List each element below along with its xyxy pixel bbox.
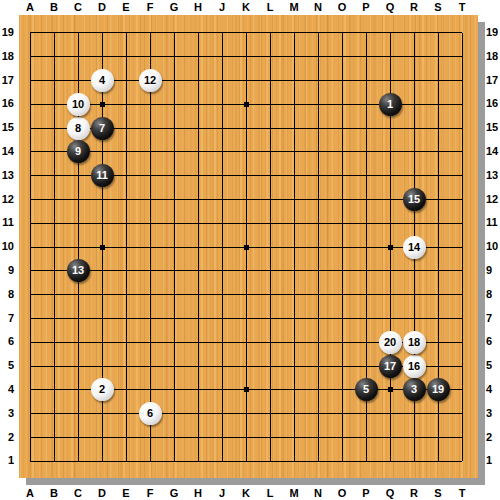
- intersection-G9[interactable]: [162, 259, 186, 283]
- intersection-B5[interactable]: [42, 354, 66, 378]
- intersection-B10[interactable]: [42, 235, 66, 259]
- intersection-M11[interactable]: [282, 211, 306, 235]
- intersection-R13[interactable]: [402, 164, 426, 188]
- intersection-E11[interactable]: [114, 211, 138, 235]
- intersection-B11[interactable]: [42, 211, 66, 235]
- intersection-M17[interactable]: [282, 69, 306, 93]
- intersection-Q12[interactable]: [378, 188, 402, 212]
- intersection-J3[interactable]: [210, 402, 234, 426]
- intersection-S8[interactable]: [426, 283, 450, 307]
- intersection-G3[interactable]: [162, 402, 186, 426]
- intersection-K7[interactable]: [234, 307, 258, 331]
- intersection-F5[interactable]: [138, 354, 162, 378]
- intersection-E10[interactable]: [114, 235, 138, 259]
- intersection-B18[interactable]: [42, 45, 66, 69]
- intersection-O16[interactable]: [330, 92, 354, 116]
- intersection-P12[interactable]: [354, 188, 378, 212]
- intersection-G16[interactable]: [162, 92, 186, 116]
- intersection-P7[interactable]: [354, 307, 378, 331]
- intersection-O15[interactable]: [330, 116, 354, 140]
- intersection-F19[interactable]: [138, 21, 162, 45]
- intersection-D1[interactable]: [90, 449, 114, 473]
- intersection-D5[interactable]: [90, 354, 114, 378]
- intersection-L11[interactable]: [258, 211, 282, 235]
- intersection-S18[interactable]: [426, 45, 450, 69]
- intersection-D18[interactable]: [90, 45, 114, 69]
- intersection-G1[interactable]: [162, 449, 186, 473]
- intersection-N9[interactable]: [306, 259, 330, 283]
- intersection-R16[interactable]: [402, 92, 426, 116]
- intersection-J18[interactable]: [210, 45, 234, 69]
- intersection-F7[interactable]: [138, 307, 162, 331]
- intersection-N1[interactable]: [306, 449, 330, 473]
- intersection-E7[interactable]: [114, 307, 138, 331]
- intersection-C8[interactable]: [66, 283, 90, 307]
- intersection-L8[interactable]: [258, 283, 282, 307]
- intersection-F1[interactable]: [138, 449, 162, 473]
- intersection-H6[interactable]: [186, 330, 210, 354]
- intersection-R1[interactable]: [402, 449, 426, 473]
- intersection-J16[interactable]: [210, 92, 234, 116]
- intersection-N13[interactable]: [306, 164, 330, 188]
- intersection-F8[interactable]: [138, 283, 162, 307]
- intersection-S2[interactable]: [426, 426, 450, 450]
- intersection-B14[interactable]: [42, 140, 66, 164]
- intersection-N4[interactable]: [306, 378, 330, 402]
- intersection-J11[interactable]: [210, 211, 234, 235]
- intersection-P18[interactable]: [354, 45, 378, 69]
- intersection-H12[interactable]: [186, 188, 210, 212]
- intersection-H19[interactable]: [186, 21, 210, 45]
- intersection-F18[interactable]: [138, 45, 162, 69]
- intersection-J14[interactable]: [210, 140, 234, 164]
- intersection-N6[interactable]: [306, 330, 330, 354]
- intersection-Q19[interactable]: [378, 21, 402, 45]
- intersection-E9[interactable]: [114, 259, 138, 283]
- intersection-T2[interactable]: [450, 426, 474, 450]
- intersection-K11[interactable]: [234, 211, 258, 235]
- intersection-P14[interactable]: [354, 140, 378, 164]
- intersection-B6[interactable]: [42, 330, 66, 354]
- intersection-D19[interactable]: [90, 21, 114, 45]
- intersection-P11[interactable]: [354, 211, 378, 235]
- intersection-N3[interactable]: [306, 402, 330, 426]
- intersection-A2[interactable]: [18, 426, 42, 450]
- intersection-M7[interactable]: [282, 307, 306, 331]
- intersection-L1[interactable]: [258, 449, 282, 473]
- intersection-J10[interactable]: [210, 235, 234, 259]
- intersection-L6[interactable]: [258, 330, 282, 354]
- intersection-Q11[interactable]: [378, 211, 402, 235]
- intersection-K19[interactable]: [234, 21, 258, 45]
- intersection-F4[interactable]: [138, 378, 162, 402]
- intersection-K2[interactable]: [234, 426, 258, 450]
- intersection-M14[interactable]: [282, 140, 306, 164]
- intersection-A17[interactable]: [18, 69, 42, 93]
- intersection-M15[interactable]: [282, 116, 306, 140]
- intersection-E12[interactable]: [114, 188, 138, 212]
- intersection-O13[interactable]: [330, 164, 354, 188]
- intersection-S6[interactable]: [426, 330, 450, 354]
- intersection-K17[interactable]: [234, 69, 258, 93]
- intersection-O8[interactable]: [330, 283, 354, 307]
- intersection-J4[interactable]: [210, 378, 234, 402]
- intersection-J1[interactable]: [210, 449, 234, 473]
- intersection-R2[interactable]: [402, 426, 426, 450]
- intersection-A5[interactable]: [18, 354, 42, 378]
- intersection-R17[interactable]: [402, 69, 426, 93]
- intersection-L19[interactable]: [258, 21, 282, 45]
- intersection-O7[interactable]: [330, 307, 354, 331]
- intersection-H15[interactable]: [186, 116, 210, 140]
- intersection-Q13[interactable]: [378, 164, 402, 188]
- intersection-A15[interactable]: [18, 116, 42, 140]
- intersection-L18[interactable]: [258, 45, 282, 69]
- intersection-T18[interactable]: [450, 45, 474, 69]
- intersection-D9[interactable]: [90, 259, 114, 283]
- intersection-P5[interactable]: [354, 354, 378, 378]
- intersection-L14[interactable]: [258, 140, 282, 164]
- intersection-O5[interactable]: [330, 354, 354, 378]
- intersection-D11[interactable]: [90, 211, 114, 235]
- intersection-K8[interactable]: [234, 283, 258, 307]
- intersection-T4[interactable]: [450, 378, 474, 402]
- intersection-E14[interactable]: [114, 140, 138, 164]
- intersection-F12[interactable]: [138, 188, 162, 212]
- intersection-M10[interactable]: [282, 235, 306, 259]
- intersection-N10[interactable]: [306, 235, 330, 259]
- intersection-J8[interactable]: [210, 283, 234, 307]
- intersection-G6[interactable]: [162, 330, 186, 354]
- intersection-C7[interactable]: [66, 307, 90, 331]
- intersection-C5[interactable]: [66, 354, 90, 378]
- intersection-C17[interactable]: [66, 69, 90, 93]
- intersection-G15[interactable]: [162, 116, 186, 140]
- intersection-F15[interactable]: [138, 116, 162, 140]
- intersection-J15[interactable]: [210, 116, 234, 140]
- intersection-P6[interactable]: [354, 330, 378, 354]
- intersection-S15[interactable]: [426, 116, 450, 140]
- intersection-J13[interactable]: [210, 164, 234, 188]
- intersection-A11[interactable]: [18, 211, 42, 235]
- intersection-T16[interactable]: [450, 92, 474, 116]
- intersection-L3[interactable]: [258, 402, 282, 426]
- intersection-B15[interactable]: [42, 116, 66, 140]
- intersection-R14[interactable]: [402, 140, 426, 164]
- intersection-L5[interactable]: [258, 354, 282, 378]
- intersection-B12[interactable]: [42, 188, 66, 212]
- intersection-H11[interactable]: [186, 211, 210, 235]
- intersection-Q2[interactable]: [378, 426, 402, 450]
- intersection-S3[interactable]: [426, 402, 450, 426]
- intersection-K15[interactable]: [234, 116, 258, 140]
- intersection-L7[interactable]: [258, 307, 282, 331]
- intersection-D8[interactable]: [90, 283, 114, 307]
- intersection-D12[interactable]: [90, 188, 114, 212]
- intersection-O17[interactable]: [330, 69, 354, 93]
- intersection-E19[interactable]: [114, 21, 138, 45]
- intersection-S7[interactable]: [426, 307, 450, 331]
- intersection-D7[interactable]: [90, 307, 114, 331]
- intersection-A8[interactable]: [18, 283, 42, 307]
- intersection-A10[interactable]: [18, 235, 42, 259]
- intersection-Q8[interactable]: [378, 283, 402, 307]
- intersection-O11[interactable]: [330, 211, 354, 235]
- intersection-C11[interactable]: [66, 211, 90, 235]
- intersection-D2[interactable]: [90, 426, 114, 450]
- intersection-P1[interactable]: [354, 449, 378, 473]
- intersection-B9[interactable]: [42, 259, 66, 283]
- intersection-H3[interactable]: [186, 402, 210, 426]
- intersection-M1[interactable]: [282, 449, 306, 473]
- intersection-T7[interactable]: [450, 307, 474, 331]
- intersection-F14[interactable]: [138, 140, 162, 164]
- intersection-D14[interactable]: [90, 140, 114, 164]
- intersection-H9[interactable]: [186, 259, 210, 283]
- intersection-H18[interactable]: [186, 45, 210, 69]
- intersection-G4[interactable]: [162, 378, 186, 402]
- intersection-K13[interactable]: [234, 164, 258, 188]
- intersection-R18[interactable]: [402, 45, 426, 69]
- intersection-R15[interactable]: [402, 116, 426, 140]
- intersection-F9[interactable]: [138, 259, 162, 283]
- intersection-T5[interactable]: [450, 354, 474, 378]
- intersection-L9[interactable]: [258, 259, 282, 283]
- intersection-Q9[interactable]: [378, 259, 402, 283]
- intersection-O6[interactable]: [330, 330, 354, 354]
- intersection-S12[interactable]: [426, 188, 450, 212]
- intersection-B8[interactable]: [42, 283, 66, 307]
- intersection-M6[interactable]: [282, 330, 306, 354]
- intersection-K14[interactable]: [234, 140, 258, 164]
- intersection-P13[interactable]: [354, 164, 378, 188]
- intersection-O3[interactable]: [330, 402, 354, 426]
- intersection-E1[interactable]: [114, 449, 138, 473]
- intersection-P15[interactable]: [354, 116, 378, 140]
- intersection-L16[interactable]: [258, 92, 282, 116]
- intersection-Q1[interactable]: [378, 449, 402, 473]
- intersection-A18[interactable]: [18, 45, 42, 69]
- intersection-E8[interactable]: [114, 283, 138, 307]
- intersection-C3[interactable]: [66, 402, 90, 426]
- intersection-R9[interactable]: [402, 259, 426, 283]
- intersection-J9[interactable]: [210, 259, 234, 283]
- intersection-O1[interactable]: [330, 449, 354, 473]
- intersection-O2[interactable]: [330, 426, 354, 450]
- intersection-H8[interactable]: [186, 283, 210, 307]
- intersection-N15[interactable]: [306, 116, 330, 140]
- intersection-N2[interactable]: [306, 426, 330, 450]
- intersection-S11[interactable]: [426, 211, 450, 235]
- intersection-M13[interactable]: [282, 164, 306, 188]
- intersection-M9[interactable]: [282, 259, 306, 283]
- intersection-M2[interactable]: [282, 426, 306, 450]
- intersection-B1[interactable]: [42, 449, 66, 473]
- intersection-L12[interactable]: [258, 188, 282, 212]
- intersection-N7[interactable]: [306, 307, 330, 331]
- intersection-D3[interactable]: [90, 402, 114, 426]
- intersection-E3[interactable]: [114, 402, 138, 426]
- intersection-T15[interactable]: [450, 116, 474, 140]
- intersection-N11[interactable]: [306, 211, 330, 235]
- intersection-Q3[interactable]: [378, 402, 402, 426]
- intersection-Q7[interactable]: [378, 307, 402, 331]
- intersection-N12[interactable]: [306, 188, 330, 212]
- intersection-J6[interactable]: [210, 330, 234, 354]
- intersection-S5[interactable]: [426, 354, 450, 378]
- intersection-G17[interactable]: [162, 69, 186, 93]
- intersection-K6[interactable]: [234, 330, 258, 354]
- intersection-P16[interactable]: [354, 92, 378, 116]
- intersection-B7[interactable]: [42, 307, 66, 331]
- intersection-A7[interactable]: [18, 307, 42, 331]
- intersection-P19[interactable]: [354, 21, 378, 45]
- intersection-C10[interactable]: [66, 235, 90, 259]
- intersection-M3[interactable]: [282, 402, 306, 426]
- intersection-G18[interactable]: [162, 45, 186, 69]
- intersection-L15[interactable]: [258, 116, 282, 140]
- intersection-L4[interactable]: [258, 378, 282, 402]
- intersection-H16[interactable]: [186, 92, 210, 116]
- intersection-O10[interactable]: [330, 235, 354, 259]
- intersection-J5[interactable]: [210, 354, 234, 378]
- intersection-N18[interactable]: [306, 45, 330, 69]
- intersection-Q14[interactable]: [378, 140, 402, 164]
- intersection-P9[interactable]: [354, 259, 378, 283]
- intersection-C12[interactable]: [66, 188, 90, 212]
- intersection-H14[interactable]: [186, 140, 210, 164]
- intersection-R11[interactable]: [402, 211, 426, 235]
- intersection-L10[interactable]: [258, 235, 282, 259]
- intersection-S17[interactable]: [426, 69, 450, 93]
- intersection-B3[interactable]: [42, 402, 66, 426]
- intersection-P2[interactable]: [354, 426, 378, 450]
- intersection-K18[interactable]: [234, 45, 258, 69]
- intersection-S10[interactable]: [426, 235, 450, 259]
- intersection-G13[interactable]: [162, 164, 186, 188]
- intersection-E5[interactable]: [114, 354, 138, 378]
- intersection-A3[interactable]: [18, 402, 42, 426]
- intersection-C19[interactable]: [66, 21, 90, 45]
- intersection-G11[interactable]: [162, 211, 186, 235]
- intersection-J2[interactable]: [210, 426, 234, 450]
- intersection-Q18[interactable]: [378, 45, 402, 69]
- intersection-Q15[interactable]: [378, 116, 402, 140]
- intersection-F16[interactable]: [138, 92, 162, 116]
- intersection-H13[interactable]: [186, 164, 210, 188]
- intersection-M19[interactable]: [282, 21, 306, 45]
- intersection-G5[interactable]: [162, 354, 186, 378]
- intersection-H7[interactable]: [186, 307, 210, 331]
- intersection-A12[interactable]: [18, 188, 42, 212]
- intersection-H1[interactable]: [186, 449, 210, 473]
- intersection-G14[interactable]: [162, 140, 186, 164]
- intersection-O14[interactable]: [330, 140, 354, 164]
- intersection-F6[interactable]: [138, 330, 162, 354]
- intersection-T14[interactable]: [450, 140, 474, 164]
- intersection-R19[interactable]: [402, 21, 426, 45]
- intersection-B2[interactable]: [42, 426, 66, 450]
- intersection-K1[interactable]: [234, 449, 258, 473]
- intersection-P3[interactable]: [354, 402, 378, 426]
- intersection-T3[interactable]: [450, 402, 474, 426]
- intersection-M5[interactable]: [282, 354, 306, 378]
- intersection-E6[interactable]: [114, 330, 138, 354]
- intersection-G2[interactable]: [162, 426, 186, 450]
- intersection-T9[interactable]: [450, 259, 474, 283]
- intersection-T11[interactable]: [450, 211, 474, 235]
- intersection-H2[interactable]: [186, 426, 210, 450]
- intersection-A1[interactable]: [18, 449, 42, 473]
- intersection-E4[interactable]: [114, 378, 138, 402]
- intersection-T19[interactable]: [450, 21, 474, 45]
- intersection-R7[interactable]: [402, 307, 426, 331]
- intersection-M8[interactable]: [282, 283, 306, 307]
- intersection-P8[interactable]: [354, 283, 378, 307]
- intersection-C2[interactable]: [66, 426, 90, 450]
- intersection-M12[interactable]: [282, 188, 306, 212]
- intersection-E16[interactable]: [114, 92, 138, 116]
- intersection-G19[interactable]: [162, 21, 186, 45]
- intersection-N14[interactable]: [306, 140, 330, 164]
- intersection-H10[interactable]: [186, 235, 210, 259]
- intersection-J12[interactable]: [210, 188, 234, 212]
- intersection-B13[interactable]: [42, 164, 66, 188]
- intersection-O12[interactable]: [330, 188, 354, 212]
- intersection-S13[interactable]: [426, 164, 450, 188]
- intersection-A14[interactable]: [18, 140, 42, 164]
- intersection-L13[interactable]: [258, 164, 282, 188]
- intersection-H4[interactable]: [186, 378, 210, 402]
- intersection-N8[interactable]: [306, 283, 330, 307]
- intersection-D6[interactable]: [90, 330, 114, 354]
- intersection-O4[interactable]: [330, 378, 354, 402]
- intersection-C18[interactable]: [66, 45, 90, 69]
- intersection-S9[interactable]: [426, 259, 450, 283]
- intersection-G8[interactable]: [162, 283, 186, 307]
- intersection-R3[interactable]: [402, 402, 426, 426]
- intersection-A13[interactable]: [18, 164, 42, 188]
- intersection-S1[interactable]: [426, 449, 450, 473]
- intersection-G10[interactable]: [162, 235, 186, 259]
- intersection-E17[interactable]: [114, 69, 138, 93]
- intersection-K5[interactable]: [234, 354, 258, 378]
- intersection-C6[interactable]: [66, 330, 90, 354]
- intersection-T12[interactable]: [450, 188, 474, 212]
- intersection-A6[interactable]: [18, 330, 42, 354]
- intersection-S14[interactable]: [426, 140, 450, 164]
- intersection-M16[interactable]: [282, 92, 306, 116]
- intersection-Q17[interactable]: [378, 69, 402, 93]
- intersection-P10[interactable]: [354, 235, 378, 259]
- intersection-E13[interactable]: [114, 164, 138, 188]
- intersection-S16[interactable]: [426, 92, 450, 116]
- intersection-R8[interactable]: [402, 283, 426, 307]
- intersection-B17[interactable]: [42, 69, 66, 93]
- intersection-H17[interactable]: [186, 69, 210, 93]
- intersection-C13[interactable]: [66, 164, 90, 188]
- intersection-O18[interactable]: [330, 45, 354, 69]
- intersection-N17[interactable]: [306, 69, 330, 93]
- intersection-A16[interactable]: [18, 92, 42, 116]
- intersection-N5[interactable]: [306, 354, 330, 378]
- intersection-F10[interactable]: [138, 235, 162, 259]
- intersection-F13[interactable]: [138, 164, 162, 188]
- intersection-J7[interactable]: [210, 307, 234, 331]
- intersection-T17[interactable]: [450, 69, 474, 93]
- intersection-T8[interactable]: [450, 283, 474, 307]
- intersection-B16[interactable]: [42, 92, 66, 116]
